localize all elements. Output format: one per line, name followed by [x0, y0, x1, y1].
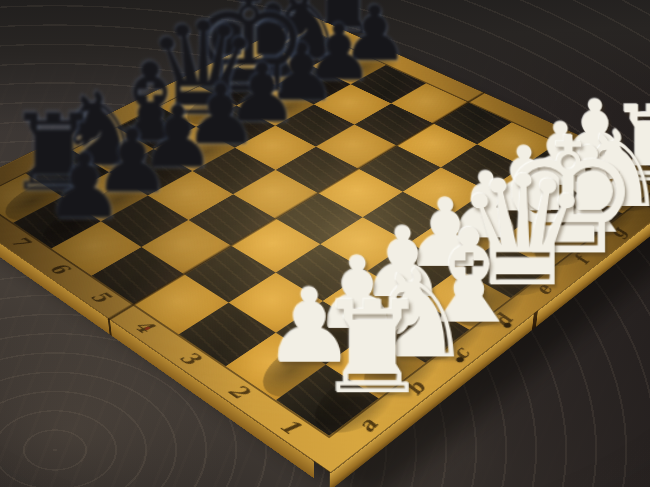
red-paint-fleck	[144, 326, 151, 331]
white-rook-a1: ♜	[316, 288, 390, 416]
chessboard-photo: ♜♞♝♛♚♝♞♜♟♟♟♟♟♟♟♟♟♟♟♟♟♟♟♟♜♞♝♛♚♝♞♜ 1234567…	[0, 0, 650, 487]
black-pawn-a7: ♟	[44, 144, 106, 234]
